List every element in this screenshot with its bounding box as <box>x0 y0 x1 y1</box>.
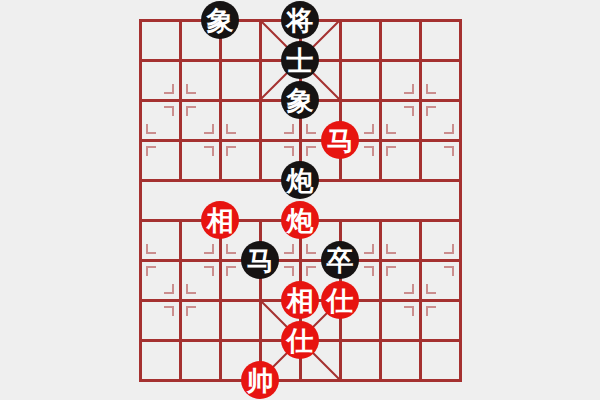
piece-black-elephant-c10[interactable]: 象 <box>201 1 239 39</box>
piece-black-horse-d4[interactable]: 马 <box>241 241 279 279</box>
board-pieces: 象将士象马炮相炮马卒相仕仕帅 <box>0 0 600 400</box>
piece-black-cannon-e6[interactable]: 炮 <box>281 161 319 199</box>
piece-red-horse-f7[interactable]: 马 <box>321 121 359 159</box>
piece-red-elephant-e3[interactable]: 相 <box>281 281 319 319</box>
piece-red-elephant-c5[interactable]: 相 <box>201 201 239 239</box>
piece-black-pawn-f4[interactable]: 卒 <box>321 241 359 279</box>
piece-black-general-e10[interactable]: 将 <box>281 1 319 39</box>
piece-red-cannon-e5[interactable]: 炮 <box>281 201 319 239</box>
piece-red-advisor-f3[interactable]: 仕 <box>321 281 359 319</box>
xiangqi-board[interactable]: 象将士象马炮相炮马卒相仕仕帅 <box>0 0 600 400</box>
xiangqi-app: 象将士象马炮相炮马卒相仕仕帅 <box>0 0 600 400</box>
piece-red-advisor-e2[interactable]: 仕 <box>281 321 319 359</box>
piece-red-general-d1[interactable]: 帅 <box>241 361 279 399</box>
piece-black-elephant-e8[interactable]: 象 <box>281 81 319 119</box>
piece-black-advisor-e9[interactable]: 士 <box>281 41 319 79</box>
